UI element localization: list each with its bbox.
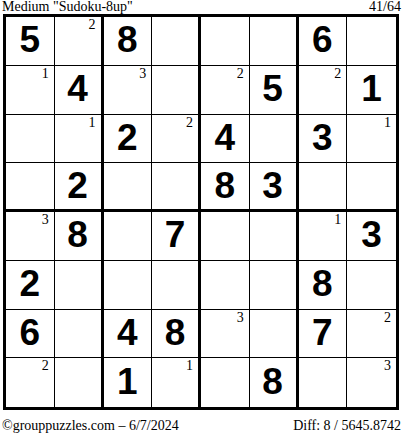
cell-r8c3[interactable]: 1 xyxy=(104,358,153,407)
cell-r1c3[interactable]: 8 xyxy=(104,17,153,66)
given-digit: 8 xyxy=(117,21,138,58)
corner-clue: 1 xyxy=(384,116,391,131)
cell-r5c4[interactable]: 7 xyxy=(152,212,201,261)
cell-r4c8[interactable] xyxy=(347,163,396,212)
given-digit: 7 xyxy=(312,314,333,351)
cell-r6c1[interactable]: 2 xyxy=(6,261,55,310)
cell-r7c1[interactable]: 6 xyxy=(6,310,55,359)
corner-clue: 1 xyxy=(186,359,193,374)
cell-r3c3[interactable]: 2 xyxy=(104,115,153,164)
cell-r6c2[interactable] xyxy=(55,261,104,310)
puzzle-page: Medium "Sudoku-8up" 41/64 52861432521122… xyxy=(0,0,403,437)
cell-r8c1[interactable]: 2 xyxy=(6,358,55,407)
cell-r4c1[interactable] xyxy=(6,163,55,212)
cell-r6c8[interactable] xyxy=(347,261,396,310)
corner-clue: 3 xyxy=(42,213,49,228)
cell-r8c4[interactable]: 1 xyxy=(152,358,201,407)
corner-clue: 2 xyxy=(42,359,49,374)
cell-r7c4[interactable]: 8 xyxy=(152,310,201,359)
cell-r2c7[interactable]: 2 xyxy=(299,66,348,115)
cell-r3c6[interactable] xyxy=(250,115,299,164)
cell-r8c2[interactable] xyxy=(55,358,104,407)
cell-r3c7[interactable]: 3 xyxy=(299,115,348,164)
corner-clue: 3 xyxy=(139,67,146,82)
cell-r5c5[interactable] xyxy=(201,212,250,261)
given-digit: 8 xyxy=(215,167,236,204)
cell-r8c5[interactable] xyxy=(201,358,250,407)
cell-r7c2[interactable] xyxy=(55,310,104,359)
cell-r2c2[interactable]: 4 xyxy=(55,66,104,115)
cell-r8c8[interactable]: 3 xyxy=(347,358,396,407)
cell-r4c6[interactable]: 3 xyxy=(250,163,299,212)
cell-r5c2[interactable]: 8 xyxy=(55,212,104,261)
cell-r2c6[interactable]: 5 xyxy=(250,66,299,115)
cell-r6c7[interactable]: 8 xyxy=(299,261,348,310)
given-digit: 1 xyxy=(117,363,138,400)
copyright-text: ©grouppuzzles.com – 6/7/2024 xyxy=(2,419,179,433)
corner-clue: 3 xyxy=(384,359,391,374)
cell-r7c7[interactable]: 7 xyxy=(299,310,348,359)
cell-r4c3[interactable] xyxy=(104,163,153,212)
cell-r1c7[interactable]: 6 xyxy=(299,17,348,66)
cell-r3c4[interactable]: 2 xyxy=(152,115,201,164)
cell-r6c5[interactable] xyxy=(201,261,250,310)
cell-r1c5[interactable] xyxy=(201,17,250,66)
cell-r3c1[interactable] xyxy=(6,115,55,164)
cell-r4c5[interactable]: 8 xyxy=(201,163,250,212)
cell-r1c8[interactable] xyxy=(347,17,396,66)
cell-r2c1[interactable]: 1 xyxy=(6,66,55,115)
cell-r4c2[interactable]: 2 xyxy=(55,163,104,212)
cell-r5c6[interactable] xyxy=(250,212,299,261)
cell-r8c6[interactable]: 8 xyxy=(250,358,299,407)
cell-r5c1[interactable]: 3 xyxy=(6,212,55,261)
corner-clue: 1 xyxy=(334,213,341,228)
cell-r3c5[interactable]: 4 xyxy=(201,115,250,164)
given-digit: 1 xyxy=(361,70,382,107)
corner-clue: 2 xyxy=(334,67,341,82)
corner-clue: 3 xyxy=(237,311,244,326)
cell-r7c6[interactable] xyxy=(250,310,299,359)
page-title: Medium "Sudoku-8up" xyxy=(2,0,133,14)
given-digit: 4 xyxy=(215,119,236,156)
cell-r7c5[interactable]: 3 xyxy=(201,310,250,359)
given-digit: 2 xyxy=(20,265,41,302)
cell-r3c8[interactable]: 1 xyxy=(347,115,396,164)
cell-r1c2[interactable]: 2 xyxy=(55,17,104,66)
given-digit: 8 xyxy=(262,363,283,400)
corner-clue: 1 xyxy=(89,116,96,131)
cell-r5c7[interactable]: 1 xyxy=(299,212,348,261)
given-digit: 4 xyxy=(67,70,88,107)
given-digit: 2 xyxy=(117,119,138,156)
cell-r4c4[interactable] xyxy=(152,163,201,212)
cell-r1c4[interactable] xyxy=(152,17,201,66)
corner-clue: 2 xyxy=(384,311,391,326)
given-digit: 5 xyxy=(20,21,41,58)
given-digit: 3 xyxy=(361,216,382,253)
cell-r1c6[interactable] xyxy=(250,17,299,66)
given-digit: 8 xyxy=(312,265,333,302)
given-digit: 4 xyxy=(117,314,138,351)
given-digit: 6 xyxy=(20,314,41,351)
corner-clue: 2 xyxy=(237,67,244,82)
cell-r6c4[interactable] xyxy=(152,261,201,310)
cell-r7c8[interactable]: 2 xyxy=(347,310,396,359)
given-digit: 6 xyxy=(312,21,333,58)
corner-clue: 1 xyxy=(42,67,49,82)
cell-r2c5[interactable]: 2 xyxy=(201,66,250,115)
cell-r2c8[interactable]: 1 xyxy=(347,66,396,115)
difficulty-text: Diff: 8 / 5645.8742 xyxy=(293,419,401,433)
cell-r2c4[interactable] xyxy=(152,66,201,115)
cell-r3c2[interactable]: 1 xyxy=(55,115,104,164)
cell-r2c3[interactable]: 3 xyxy=(104,66,153,115)
corner-clue: 2 xyxy=(186,116,193,131)
sudoku-board: 52861432521122431283387132864837221183 xyxy=(3,14,399,410)
given-digit: 2 xyxy=(67,167,88,204)
corner-clue: 2 xyxy=(89,18,96,33)
cell-r6c6[interactable] xyxy=(250,261,299,310)
cell-r5c8[interactable]: 3 xyxy=(347,212,396,261)
cell-r5c3[interactable] xyxy=(104,212,153,261)
given-digit: 3 xyxy=(262,167,283,204)
given-digit: 3 xyxy=(312,119,333,156)
cell-r1c1[interactable]: 5 xyxy=(6,17,55,66)
puzzle-counter: 41/64 xyxy=(369,0,401,14)
cell-r6c3[interactable] xyxy=(104,261,153,310)
cell-r8c7[interactable] xyxy=(299,358,348,407)
cell-r4c7[interactable] xyxy=(299,163,348,212)
given-digit: 7 xyxy=(165,216,186,253)
given-digit: 5 xyxy=(262,70,283,107)
cell-r7c3[interactable]: 4 xyxy=(104,310,153,359)
given-digit: 8 xyxy=(165,314,186,351)
given-digit: 8 xyxy=(67,216,88,253)
